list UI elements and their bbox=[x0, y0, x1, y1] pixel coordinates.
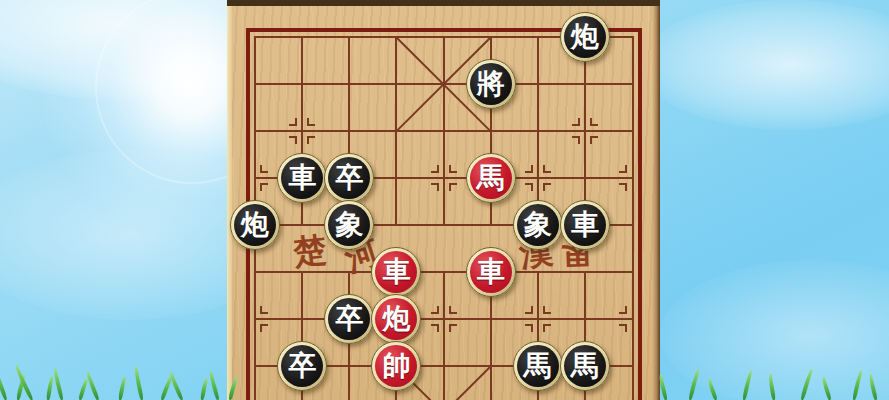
grass-blade bbox=[168, 372, 184, 400]
black-piece-disc: 車 bbox=[281, 157, 323, 199]
board-top-edge bbox=[227, 0, 660, 6]
black-piece-disc: 炮 bbox=[564, 16, 606, 58]
point-marker bbox=[449, 165, 457, 173]
point-marker bbox=[619, 324, 627, 332]
point-marker bbox=[307, 136, 315, 144]
piece-black-cannon-1[interactable]: 炮 bbox=[560, 12, 610, 62]
point-marker bbox=[449, 306, 457, 314]
point-marker bbox=[543, 183, 551, 191]
piece-black-pawn-2[interactable]: 卒 bbox=[324, 294, 374, 344]
point-marker bbox=[543, 165, 551, 173]
piece-character: 象 bbox=[524, 211, 552, 239]
piece-black-horse-2[interactable]: 馬 bbox=[560, 341, 610, 391]
point-marker bbox=[449, 183, 457, 191]
grass-blade bbox=[133, 366, 144, 400]
point-marker bbox=[431, 183, 439, 191]
grass-blade bbox=[800, 369, 813, 400]
black-piece-disc: 卒 bbox=[328, 157, 370, 199]
piece-character: 馬 bbox=[571, 352, 599, 380]
piece-character: 車 bbox=[571, 211, 599, 239]
grass-blade bbox=[208, 371, 220, 400]
grass-blade bbox=[742, 370, 752, 400]
point-marker bbox=[572, 118, 580, 126]
point-marker bbox=[449, 324, 457, 332]
point-marker bbox=[260, 324, 268, 332]
point-marker bbox=[525, 183, 533, 191]
red-piece-disc: 車 bbox=[375, 251, 417, 293]
grid-vline bbox=[443, 272, 445, 400]
grass-blade bbox=[85, 371, 100, 400]
black-piece-disc: 象 bbox=[517, 204, 559, 246]
piece-character: 卒 bbox=[335, 305, 363, 333]
piece-black-elephant-2[interactable]: 象 bbox=[513, 200, 563, 250]
grass-blade bbox=[868, 374, 878, 400]
grid-vline bbox=[537, 37, 539, 225]
piece-black-elephant-1[interactable]: 象 bbox=[324, 200, 374, 250]
red-piece-disc: 馬 bbox=[470, 157, 512, 199]
grass-blade bbox=[821, 377, 832, 400]
black-piece-disc: 車 bbox=[564, 204, 606, 246]
point-marker bbox=[525, 324, 533, 332]
point-marker bbox=[260, 165, 268, 173]
piece-character: 將 bbox=[477, 70, 505, 98]
piece-character: 車 bbox=[477, 258, 505, 286]
point-marker bbox=[590, 136, 598, 144]
black-piece-disc: 馬 bbox=[517, 345, 559, 387]
grass-blade bbox=[0, 367, 8, 400]
red-piece-disc: 炮 bbox=[375, 298, 417, 340]
piece-black-chariot-2[interactable]: 車 bbox=[560, 200, 610, 250]
grass-blade bbox=[52, 368, 64, 400]
point-marker bbox=[590, 118, 598, 126]
grass-blade bbox=[78, 378, 88, 400]
piece-black-chariot-1[interactable]: 車 bbox=[277, 153, 327, 203]
point-marker bbox=[525, 165, 533, 173]
piece-character: 卒 bbox=[335, 164, 363, 192]
point-marker bbox=[619, 306, 627, 314]
black-piece-disc: 炮 bbox=[234, 204, 276, 246]
piece-character: 車 bbox=[382, 258, 410, 286]
grass-blade bbox=[46, 376, 53, 400]
piece-character: 卒 bbox=[288, 352, 316, 380]
piece-black-horse-1[interactable]: 馬 bbox=[513, 341, 563, 391]
grass-blade bbox=[118, 376, 126, 400]
grid-vline bbox=[584, 37, 586, 225]
point-marker bbox=[431, 306, 439, 314]
point-marker bbox=[260, 306, 268, 314]
black-piece-disc: 馬 bbox=[564, 345, 606, 387]
piece-black-cannon-2[interactable]: 炮 bbox=[230, 200, 280, 250]
point-marker bbox=[431, 324, 439, 332]
point-marker bbox=[431, 165, 439, 173]
point-marker bbox=[543, 306, 551, 314]
grass-blade bbox=[768, 374, 776, 400]
black-piece-disc: 象 bbox=[328, 204, 370, 246]
point-marker bbox=[572, 136, 580, 144]
piece-character: 帥 bbox=[382, 352, 410, 380]
black-piece-disc: 卒 bbox=[281, 345, 323, 387]
cloud bbox=[640, 0, 889, 130]
board-edge-highlight bbox=[227, 0, 232, 400]
grid-vline bbox=[443, 37, 445, 225]
piece-character: 炮 bbox=[571, 23, 599, 51]
point-marker bbox=[525, 306, 533, 314]
piece-black-pawn-3[interactable]: 卒 bbox=[277, 341, 327, 391]
point-marker bbox=[260, 183, 268, 191]
point-marker bbox=[307, 118, 315, 126]
grass-blade bbox=[707, 379, 718, 400]
grass-blade bbox=[200, 378, 208, 400]
piece-character: 象 bbox=[335, 211, 363, 239]
piece-character: 炮 bbox=[241, 211, 269, 239]
piece-character: 馬 bbox=[524, 352, 552, 380]
red-piece-disc: 車 bbox=[470, 251, 512, 293]
black-piece-disc: 將 bbox=[470, 63, 512, 105]
red-piece-disc: 帥 bbox=[375, 345, 417, 387]
piece-black-pawn-1[interactable]: 卒 bbox=[324, 153, 374, 203]
piece-character: 車 bbox=[288, 164, 316, 192]
piece-character: 炮 bbox=[382, 305, 410, 333]
point-marker bbox=[289, 118, 297, 126]
piece-character: 馬 bbox=[477, 164, 505, 192]
point-marker bbox=[619, 183, 627, 191]
black-piece-disc: 卒 bbox=[328, 298, 370, 340]
point-marker bbox=[543, 324, 551, 332]
point-marker bbox=[619, 165, 627, 173]
point-marker bbox=[289, 136, 297, 144]
grass-blade bbox=[852, 370, 862, 400]
board-edge-shadow bbox=[652, 0, 660, 400]
grass-blade bbox=[688, 368, 700, 400]
piece-red-horse[interactable]: 馬 bbox=[466, 153, 516, 203]
piece-black-general[interactable]: 將 bbox=[466, 59, 516, 109]
xiangqi-game-scene: 楚 河 漢 界 炮將車卒馬炮象象車車車卒炮卒帥馬馬 bbox=[0, 0, 889, 400]
piece-red-chariot-2[interactable]: 車 bbox=[466, 247, 516, 297]
